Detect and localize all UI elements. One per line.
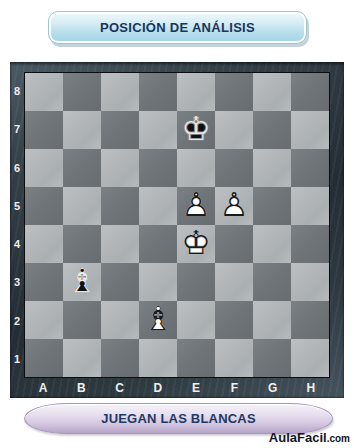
square-c1: [101, 339, 139, 377]
square-f1: [215, 339, 253, 377]
square-b5: [63, 187, 101, 225]
square-e5: ♟♙: [177, 187, 215, 225]
square-c3: [101, 263, 139, 301]
file-label-b: B: [62, 379, 100, 397]
square-g5: [253, 187, 291, 225]
rank-label-4: 4: [10, 225, 24, 263]
square-a7: [25, 111, 63, 149]
square-f5: ♟♙: [215, 187, 253, 225]
square-b8: [63, 73, 101, 111]
square-a1: [25, 339, 63, 377]
turn-text: JUEGAN LAS BLANCAS: [101, 411, 256, 426]
rank-label-5: 5: [10, 187, 24, 225]
square-e3: [177, 263, 215, 301]
square-e2: [177, 301, 215, 339]
square-f3: [215, 263, 253, 301]
square-a3: [25, 263, 63, 301]
square-h7: [291, 111, 329, 149]
black-bishop-b3: ♝♗: [63, 263, 101, 301]
square-d4: [139, 225, 177, 263]
site-credit-name: AulaFacil: [269, 430, 327, 445]
square-c4: [101, 225, 139, 263]
square-a8: [25, 73, 63, 111]
file-label-g: G: [254, 379, 292, 397]
square-b4: [63, 225, 101, 263]
square-h1: [291, 339, 329, 377]
site-credit: AulaFacil .com: [269, 430, 350, 446]
square-b7: [63, 111, 101, 149]
square-e7: ♚♔: [177, 111, 215, 149]
square-h8: [291, 73, 329, 111]
square-b2: [63, 301, 101, 339]
square-h5: [291, 187, 329, 225]
square-f2: [215, 301, 253, 339]
white-pawn-e5: ♟♙: [177, 187, 215, 225]
square-a2: [25, 301, 63, 339]
rank-label-1: 1: [10, 340, 24, 378]
rank-label-7: 7: [10, 110, 24, 148]
position-title-banner: POSICIÓN DE ANÁLISIS: [48, 11, 307, 44]
square-c6: [101, 149, 139, 187]
square-g6: [253, 149, 291, 187]
position-title: POSICIÓN DE ANÁLISIS: [100, 20, 255, 35]
board-grid: ♚♔♟♙♟♙♚♔♝♗♝♗: [24, 72, 330, 378]
square-c2: [101, 301, 139, 339]
square-f7: [215, 111, 253, 149]
file-label-e: E: [177, 379, 215, 397]
square-f6: [215, 149, 253, 187]
square-h2: [291, 301, 329, 339]
square-a4: [25, 225, 63, 263]
square-g8: [253, 73, 291, 111]
file-label-d: D: [139, 379, 177, 397]
square-d2: ♝♗: [139, 301, 177, 339]
white-pawn-f5: ♟♙: [215, 187, 253, 225]
black-king-e7: ♚♔: [177, 111, 215, 149]
square-f8: [215, 73, 253, 111]
rank-label-3: 3: [10, 263, 24, 301]
square-c8: [101, 73, 139, 111]
square-h6: [291, 149, 329, 187]
rank-label-8: 8: [10, 72, 24, 110]
square-g4: [253, 225, 291, 263]
square-b3: ♝♗: [63, 263, 101, 301]
file-labels: ABCDEFGH: [24, 379, 330, 397]
square-h4: [291, 225, 329, 263]
square-d3: [139, 263, 177, 301]
square-e6: [177, 149, 215, 187]
square-g2: [253, 301, 291, 339]
rank-labels: 87654321: [10, 72, 24, 378]
white-king-e4: ♚♔: [177, 225, 215, 263]
square-a6: [25, 149, 63, 187]
white-bishop-d2: ♝♗: [139, 301, 177, 339]
square-b6: [63, 149, 101, 187]
square-a5: [25, 187, 63, 225]
square-e8: [177, 73, 215, 111]
square-g7: [253, 111, 291, 149]
rank-label-2: 2: [10, 302, 24, 340]
square-d6: [139, 149, 177, 187]
square-c7: [101, 111, 139, 149]
square-b1: [63, 339, 101, 377]
square-g1: [253, 339, 291, 377]
square-e4: ♚♔: [177, 225, 215, 263]
square-c5: [101, 187, 139, 225]
square-f4: [215, 225, 253, 263]
file-label-h: H: [292, 379, 330, 397]
rank-label-6: 6: [10, 149, 24, 187]
square-h3: [291, 263, 329, 301]
square-d5: [139, 187, 177, 225]
site-credit-tld: .com: [327, 433, 350, 444]
analysis-diagram: POSICIÓN DE ANÁLISIS 87654321 ♚♔♟♙♟♙♚♔♝♗…: [0, 0, 354, 448]
square-d1: [139, 339, 177, 377]
file-label-c: C: [101, 379, 139, 397]
file-label-a: A: [24, 379, 62, 397]
file-label-f: F: [215, 379, 253, 397]
square-d7: [139, 111, 177, 149]
square-g3: [253, 263, 291, 301]
square-d8: [139, 73, 177, 111]
square-e1: [177, 339, 215, 377]
chess-board: 87654321 ♚♔♟♙♟♙♚♔♝♗♝♗ ABCDEFGH: [10, 62, 344, 398]
